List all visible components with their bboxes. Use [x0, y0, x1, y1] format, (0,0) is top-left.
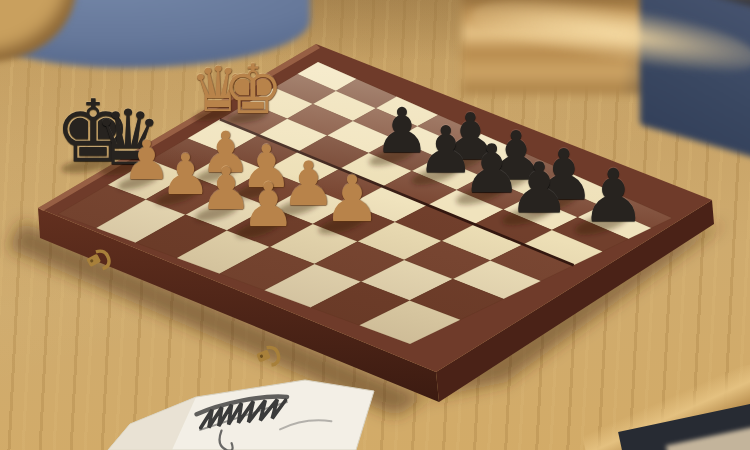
- black-pawn[interactable]: ♟: [508, 153, 570, 223]
- white-pawn[interactable]: ♟: [241, 175, 296, 236]
- photo-stage: chess ♟♟♟♟♟♟♟♟♟♟♟♟♟♟♟♟♚♛♛♚: [0, 0, 750, 450]
- white-pawn[interactable]: ♟: [324, 168, 381, 232]
- black-pawn[interactable]: ♟: [581, 160, 646, 233]
- white-king-offboard[interactable]: ♚: [223, 56, 284, 124]
